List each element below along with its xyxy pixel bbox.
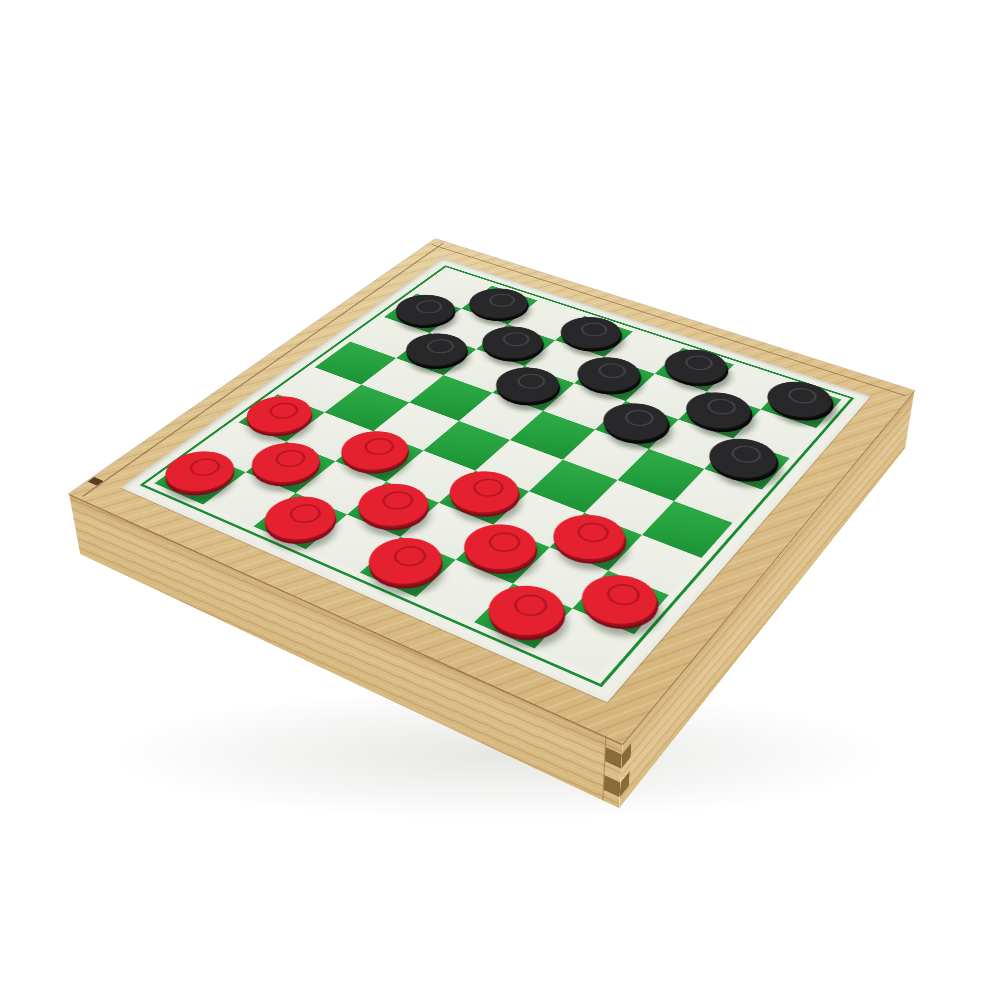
square-r5c5[interactable]	[475, 440, 562, 491]
checker-red[interactable]: ●	[160, 442, 250, 493]
square-r5c7[interactable]	[585, 480, 674, 535]
photo-scene: ●●●●●●●●●●●●●●●●●●●●●●●●	[205, 135, 815, 745]
square-r4c8[interactable]	[674, 469, 762, 523]
square-r8c6[interactable]	[416, 560, 513, 622]
square-r8c3[interactable]: ●	[254, 493, 348, 549]
square-r4c7[interactable]	[617, 449, 704, 501]
checker-red[interactable]: ●	[352, 474, 443, 528]
checker-red[interactable]: ●	[362, 527, 457, 586]
product-photo-background: Wooden checkers set in slide-lid box — s…	[0, 0, 1000, 1000]
checker-red[interactable]: ●	[259, 486, 352, 541]
square-r3c8[interactable]: ●	[704, 438, 789, 489]
square-r8c1[interactable]: ●	[154, 452, 245, 504]
square-r6c3[interactable]: ●	[335, 431, 423, 482]
checker-black[interactable]: ●	[704, 429, 789, 479]
square-r7c5[interactable]	[400, 503, 493, 560]
square-r5c6[interactable]	[529, 460, 617, 513]
lid-slot	[88, 477, 104, 486]
square-r6c5[interactable]: ●	[439, 471, 529, 525]
square-r6c7[interactable]: ●	[550, 513, 642, 571]
wooden-frame: ●●●●●●●●●●●●●●●●●●●●●●●●	[69, 239, 914, 744]
square-r5c8[interactable]	[642, 501, 732, 558]
photo-caption: Wooden checkers set in slide-lid box — s…	[0, 0, 1, 1]
square-r8c7[interactable]: ●	[474, 584, 572, 649]
square-r7c6[interactable]: ●	[456, 525, 550, 584]
square-r7c3[interactable]	[296, 461, 387, 514]
square-r8c4[interactable]	[306, 514, 401, 572]
checker-red[interactable]: ●	[547, 504, 639, 561]
square-r8c5[interactable]: ●	[360, 537, 456, 597]
square-r7c2[interactable]: ●	[246, 442, 336, 493]
checker-red[interactable]: ●	[482, 574, 579, 638]
box-top-face: ●●●●●●●●●●●●●●●●●●●●●●●●	[69, 239, 914, 744]
square-r7c4[interactable]: ●	[347, 482, 439, 537]
square-r8c8[interactable]	[535, 608, 635, 675]
checker-red[interactable]: ●	[444, 461, 533, 514]
checker-red[interactable]: ●	[246, 433, 335, 484]
square-r6c6[interactable]	[493, 491, 584, 547]
square-r3c6[interactable]: ●	[595, 401, 679, 449]
square-r8c2[interactable]	[203, 472, 295, 526]
square-r6c8[interactable]	[608, 535, 701, 595]
checker-red[interactable]: ●	[458, 514, 551, 572]
checker-red[interactable]: ●	[575, 564, 671, 627]
square-r6c4[interactable]	[386, 451, 475, 503]
square-r7c8[interactable]: ●	[572, 571, 668, 634]
square-r7c7[interactable]	[513, 547, 608, 608]
board-sheet: ●●●●●●●●●●●●●●●●●●●●●●●●	[120, 258, 871, 703]
checkers-box: ●●●●●●●●●●●●●●●●●●●●●●●●	[69, 239, 914, 744]
